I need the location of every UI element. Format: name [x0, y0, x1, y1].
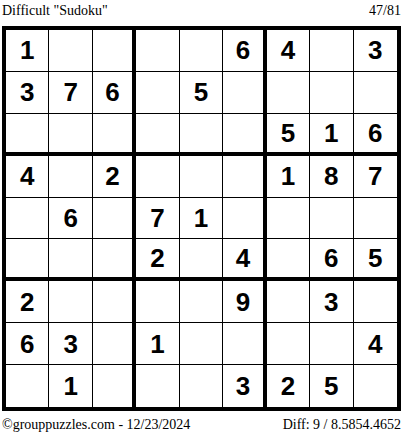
cell-r4c7: 1 [267, 156, 310, 198]
cell-r6c6: 4 [223, 239, 266, 281]
cell-r9c7: 2 [267, 365, 310, 407]
cell-r3c9: 6 [354, 114, 397, 156]
cell-r7c3[interactable] [93, 281, 136, 323]
cell-r9c9[interactable] [354, 365, 397, 407]
cell-r8c6[interactable] [223, 323, 266, 365]
cell-r4c2[interactable] [49, 156, 92, 198]
cell-r5c4: 7 [136, 198, 179, 240]
cell-r9c1[interactable] [6, 365, 49, 407]
cell-r4c8: 8 [310, 156, 353, 198]
cell-r4c9: 7 [354, 156, 397, 198]
cell-r5c3[interactable] [93, 198, 136, 240]
cell-r7c2[interactable] [49, 281, 92, 323]
cell-r3c6[interactable] [223, 114, 266, 156]
cell-r7c4[interactable] [136, 281, 179, 323]
cell-r4c6[interactable] [223, 156, 266, 198]
cell-r1c5[interactable] [180, 30, 223, 72]
cell-r6c9: 5 [354, 239, 397, 281]
cell-r4c4[interactable] [136, 156, 179, 198]
difficulty-text: Diff: 9 / 8.5854.4652 [283, 417, 401, 433]
cell-r5c6[interactable] [223, 198, 266, 240]
cell-r3c7: 5 [267, 114, 310, 156]
cell-r5c9[interactable] [354, 198, 397, 240]
cell-r6c5[interactable] [180, 239, 223, 281]
cell-r4c3: 2 [93, 156, 136, 198]
header: Difficult "Sudoku" 47/81 [0, 0, 403, 26]
cell-r8c7[interactable] [267, 323, 310, 365]
cell-r8c5[interactable] [180, 323, 223, 365]
cell-r2c7[interactable] [267, 72, 310, 114]
cell-r2c3: 6 [93, 72, 136, 114]
cell-r3c3[interactable] [93, 114, 136, 156]
cell-r3c4[interactable] [136, 114, 179, 156]
cell-r9c2: 1 [49, 365, 92, 407]
cell-r1c2[interactable] [49, 30, 92, 72]
cell-r9c5[interactable] [180, 365, 223, 407]
cell-r8c1: 6 [6, 323, 49, 365]
cell-r9c4[interactable] [136, 365, 179, 407]
cell-r2c9[interactable] [354, 72, 397, 114]
cell-r2c8[interactable] [310, 72, 353, 114]
cell-r4c5[interactable] [180, 156, 223, 198]
cell-r1c6: 6 [223, 30, 266, 72]
cell-r5c7[interactable] [267, 198, 310, 240]
cell-r2c1: 3 [6, 72, 49, 114]
cell-r7c5[interactable] [180, 281, 223, 323]
cell-r7c8: 3 [310, 281, 353, 323]
cell-r5c5: 1 [180, 198, 223, 240]
cell-r5c1[interactable] [6, 198, 49, 240]
cell-r3c2[interactable] [49, 114, 92, 156]
cell-r1c8[interactable] [310, 30, 353, 72]
cell-r3c5[interactable] [180, 114, 223, 156]
cell-r9c8: 5 [310, 365, 353, 407]
cell-r2c6[interactable] [223, 72, 266, 114]
cell-r1c4[interactable] [136, 30, 179, 72]
cell-r2c4[interactable] [136, 72, 179, 114]
cell-r7c9[interactable] [354, 281, 397, 323]
cell-r5c8[interactable] [310, 198, 353, 240]
sudoku-page: Difficult "Sudoku" 47/81 164337655164218… [0, 0, 403, 437]
cell-r1c9: 3 [354, 30, 397, 72]
footer: ©grouppuzzles.com - 12/23/2024 Diff: 9 /… [0, 411, 403, 437]
cell-r4c1: 4 [6, 156, 49, 198]
cell-r7c7[interactable] [267, 281, 310, 323]
page-number: 47/81 [369, 3, 401, 19]
cell-r6c4: 2 [136, 239, 179, 281]
cell-r1c1: 1 [6, 30, 49, 72]
cell-r9c6: 3 [223, 365, 266, 407]
page-title: Difficult "Sudoku" [2, 3, 108, 19]
cell-r8c2: 3 [49, 323, 92, 365]
cell-r1c3[interactable] [93, 30, 136, 72]
cell-r2c2: 7 [49, 72, 92, 114]
cell-r8c8[interactable] [310, 323, 353, 365]
cell-r8c4: 1 [136, 323, 179, 365]
cell-r7c6: 9 [223, 281, 266, 323]
cell-r3c8: 1 [310, 114, 353, 156]
cell-r1c7: 4 [267, 30, 310, 72]
cell-r8c3[interactable] [93, 323, 136, 365]
cell-r5c2: 6 [49, 198, 92, 240]
cell-r6c8: 6 [310, 239, 353, 281]
cell-r2c5: 5 [180, 72, 223, 114]
cell-r6c3[interactable] [93, 239, 136, 281]
copyright-text: ©grouppuzzles.com - 12/23/2024 [2, 417, 190, 433]
cell-r9c3[interactable] [93, 365, 136, 407]
cell-r3c1[interactable] [6, 114, 49, 156]
cell-r6c1[interactable] [6, 239, 49, 281]
sudoku-board: 1643376551642187671246529363141325 [2, 26, 401, 411]
cell-r7c1: 2 [6, 281, 49, 323]
cell-r6c2[interactable] [49, 239, 92, 281]
cell-r8c9: 4 [354, 323, 397, 365]
cell-r6c7[interactable] [267, 239, 310, 281]
